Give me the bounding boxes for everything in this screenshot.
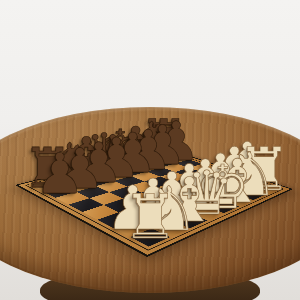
photo-stage: ♜♞♝♛♚♝♞♜♟♟♟♟♟♟♟♟♟♟♟♟♟♟♟♟♜♞♝♛♚♝♞♜	[0, 0, 300, 300]
piece-white-rook-a1[interactable]: ♜	[123, 187, 178, 249]
piece-black-pawn-a7[interactable]: ♟	[35, 146, 85, 202]
